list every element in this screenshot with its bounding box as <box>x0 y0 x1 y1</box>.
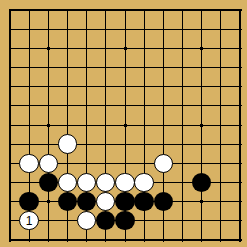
intersection[interactable] <box>20 96 39 115</box>
intersection[interactable] <box>39 115 58 134</box>
intersection[interactable] <box>58 135 77 154</box>
intersection[interactable] <box>230 173 247 192</box>
intersection[interactable] <box>173 173 192 192</box>
intersection[interactable] <box>173 154 192 173</box>
white-stone[interactable] <box>19 154 38 173</box>
intersection[interactable] <box>192 154 211 173</box>
intersection[interactable] <box>135 39 154 58</box>
intersection[interactable] <box>230 211 247 230</box>
intersection[interactable] <box>58 192 77 211</box>
white-stone[interactable]: 1 <box>19 211 38 230</box>
intersection[interactable] <box>211 77 230 96</box>
intersection[interactable] <box>230 192 247 211</box>
intersection[interactable] <box>154 154 173 173</box>
intersection[interactable] <box>173 230 192 247</box>
intersection[interactable] <box>115 135 134 154</box>
white-stone[interactable] <box>96 173 115 192</box>
intersection[interactable] <box>96 154 115 173</box>
black-stone[interactable] <box>192 173 211 192</box>
intersection[interactable] <box>39 77 58 96</box>
intersection[interactable] <box>77 96 96 115</box>
intersection[interactable] <box>20 0 39 19</box>
intersection[interactable] <box>154 115 173 134</box>
intersection[interactable] <box>20 20 39 39</box>
intersection[interactable] <box>0 20 19 39</box>
intersection[interactable] <box>115 0 134 19</box>
intersection[interactable] <box>39 211 58 230</box>
intersection[interactable] <box>96 211 115 230</box>
intersection[interactable] <box>0 77 19 96</box>
intersection[interactable] <box>211 58 230 77</box>
intersection[interactable] <box>173 20 192 39</box>
intersection[interactable] <box>192 77 211 96</box>
intersection[interactable] <box>39 96 58 115</box>
intersection[interactable] <box>192 211 211 230</box>
intersection[interactable] <box>211 154 230 173</box>
intersection[interactable] <box>211 192 230 211</box>
intersection[interactable] <box>154 77 173 96</box>
intersection[interactable] <box>230 20 247 39</box>
intersection[interactable] <box>115 211 134 230</box>
intersection[interactable] <box>192 192 211 211</box>
intersection[interactable] <box>39 39 58 58</box>
intersection[interactable] <box>192 135 211 154</box>
intersection[interactable] <box>211 20 230 39</box>
intersection[interactable] <box>58 58 77 77</box>
intersection[interactable] <box>154 0 173 19</box>
intersection[interactable] <box>135 20 154 39</box>
intersection[interactable] <box>115 192 134 211</box>
black-stone[interactable] <box>77 192 96 211</box>
intersection[interactable] <box>154 173 173 192</box>
intersection[interactable] <box>230 154 247 173</box>
intersection[interactable] <box>96 135 115 154</box>
intersection[interactable] <box>77 135 96 154</box>
intersection[interactable] <box>154 58 173 77</box>
intersection[interactable] <box>58 173 77 192</box>
white-stone[interactable] <box>154 154 173 173</box>
intersection[interactable] <box>173 77 192 96</box>
intersection[interactable] <box>154 135 173 154</box>
intersection[interactable] <box>58 20 77 39</box>
intersection[interactable] <box>77 115 96 134</box>
black-stone[interactable] <box>115 192 134 211</box>
intersection[interactable] <box>39 192 58 211</box>
intersection[interactable] <box>58 96 77 115</box>
intersection[interactable] <box>96 230 115 247</box>
white-stone[interactable] <box>77 173 96 192</box>
intersection[interactable] <box>192 96 211 115</box>
black-stone[interactable] <box>39 173 58 192</box>
intersection[interactable] <box>39 135 58 154</box>
stones-grid: 1 <box>0 0 247 247</box>
intersection[interactable] <box>154 230 173 247</box>
intersection[interactable] <box>115 230 134 247</box>
intersection[interactable] <box>192 115 211 134</box>
intersection[interactable] <box>192 0 211 19</box>
intersection[interactable] <box>115 154 134 173</box>
intersection[interactable] <box>115 20 134 39</box>
white-stone[interactable] <box>96 192 115 211</box>
intersection[interactable] <box>230 115 247 134</box>
intersection[interactable] <box>20 39 39 58</box>
intersection[interactable] <box>20 115 39 134</box>
intersection[interactable] <box>20 135 39 154</box>
intersection[interactable] <box>96 192 115 211</box>
intersection[interactable] <box>77 58 96 77</box>
white-stone[interactable] <box>58 173 77 192</box>
black-stone[interactable] <box>96 211 115 230</box>
intersection[interactable] <box>0 173 19 192</box>
intersection[interactable] <box>211 96 230 115</box>
intersection[interactable] <box>115 173 134 192</box>
intersection[interactable] <box>58 154 77 173</box>
intersection[interactable] <box>115 77 134 96</box>
intersection[interactable] <box>39 20 58 39</box>
intersection[interactable] <box>77 20 96 39</box>
intersection[interactable] <box>173 135 192 154</box>
intersection[interactable] <box>173 39 192 58</box>
intersection[interactable] <box>192 230 211 247</box>
intersection[interactable] <box>77 77 96 96</box>
intersection[interactable] <box>20 58 39 77</box>
intersection[interactable] <box>211 230 230 247</box>
intersection[interactable] <box>230 39 247 58</box>
intersection[interactable] <box>135 173 154 192</box>
intersection[interactable] <box>58 77 77 96</box>
intersection[interactable] <box>20 154 39 173</box>
black-stone[interactable] <box>58 192 77 211</box>
move-label: 1 <box>26 215 33 227</box>
intersection[interactable] <box>115 96 134 115</box>
intersection[interactable] <box>39 173 58 192</box>
intersection[interactable] <box>77 173 96 192</box>
intersection[interactable] <box>58 0 77 19</box>
intersection[interactable] <box>173 211 192 230</box>
intersection[interactable] <box>192 58 211 77</box>
intersection[interactable] <box>211 0 230 19</box>
intersection[interactable] <box>135 230 154 247</box>
intersection[interactable] <box>58 115 77 134</box>
white-stone[interactable] <box>115 173 134 192</box>
intersection[interactable] <box>0 115 19 134</box>
intersection[interactable] <box>154 192 173 211</box>
intersection[interactable] <box>39 58 58 77</box>
intersection[interactable] <box>135 154 154 173</box>
intersection[interactable] <box>77 211 96 230</box>
intersection[interactable] <box>39 0 58 19</box>
intersection[interactable] <box>135 211 154 230</box>
intersection[interactable] <box>20 77 39 96</box>
intersection[interactable] <box>135 77 154 96</box>
intersection[interactable] <box>96 58 115 77</box>
intersection[interactable] <box>135 192 154 211</box>
intersection[interactable] <box>135 0 154 19</box>
intersection[interactable] <box>96 77 115 96</box>
intersection[interactable] <box>0 0 19 19</box>
intersection[interactable] <box>77 0 96 19</box>
intersection[interactable] <box>230 0 247 19</box>
intersection[interactable] <box>173 115 192 134</box>
intersection[interactable] <box>115 39 134 58</box>
white-stone[interactable] <box>39 154 58 173</box>
intersection[interactable] <box>96 0 115 19</box>
intersection[interactable] <box>192 20 211 39</box>
intersection[interactable] <box>192 39 211 58</box>
intersection[interactable] <box>77 230 96 247</box>
intersection[interactable] <box>135 58 154 77</box>
intersection[interactable] <box>77 154 96 173</box>
intersection[interactable] <box>77 39 96 58</box>
intersection[interactable] <box>192 173 211 192</box>
intersection[interactable] <box>230 58 247 77</box>
intersection[interactable] <box>20 192 39 211</box>
intersection[interactable] <box>173 192 192 211</box>
intersection[interactable] <box>0 211 19 230</box>
intersection[interactable] <box>96 39 115 58</box>
black-stone[interactable] <box>134 192 153 211</box>
intersection[interactable] <box>58 39 77 58</box>
intersection[interactable] <box>96 115 115 134</box>
intersection[interactable] <box>154 96 173 115</box>
intersection[interactable] <box>0 192 19 211</box>
intersection[interactable] <box>0 39 19 58</box>
intersection[interactable] <box>154 211 173 230</box>
intersection[interactable] <box>0 230 19 247</box>
intersection[interactable] <box>115 115 134 134</box>
intersection[interactable] <box>135 96 154 115</box>
black-stone[interactable] <box>154 192 173 211</box>
intersection[interactable] <box>211 173 230 192</box>
intersection[interactable] <box>211 211 230 230</box>
intersection[interactable] <box>20 230 39 247</box>
white-stone[interactable] <box>77 211 96 230</box>
intersection[interactable] <box>135 135 154 154</box>
go-board-diagram: 1 <box>0 0 247 247</box>
intersection[interactable] <box>211 39 230 58</box>
intersection[interactable] <box>173 58 192 77</box>
intersection[interactable] <box>211 135 230 154</box>
intersection[interactable] <box>230 77 247 96</box>
intersection[interactable] <box>77 192 96 211</box>
intersection[interactable] <box>173 0 192 19</box>
intersection[interactable] <box>115 58 134 77</box>
intersection[interactable] <box>154 39 173 58</box>
intersection[interactable] <box>39 154 58 173</box>
intersection[interactable] <box>211 115 230 134</box>
intersection[interactable] <box>230 230 247 247</box>
intersection[interactable] <box>58 230 77 247</box>
intersection[interactable] <box>96 173 115 192</box>
intersection[interactable] <box>173 96 192 115</box>
intersection[interactable] <box>58 211 77 230</box>
intersection[interactable] <box>39 230 58 247</box>
black-stone[interactable] <box>19 192 38 211</box>
black-stone[interactable] <box>115 211 134 230</box>
intersection[interactable] <box>96 20 115 39</box>
intersection[interactable] <box>135 115 154 134</box>
intersection[interactable] <box>230 135 247 154</box>
white-stone[interactable] <box>58 134 77 153</box>
intersection[interactable]: 1 <box>20 211 39 230</box>
white-stone[interactable] <box>134 173 153 192</box>
intersection[interactable] <box>0 58 19 77</box>
intersection[interactable] <box>0 96 19 115</box>
intersection[interactable] <box>230 96 247 115</box>
intersection[interactable] <box>0 154 19 173</box>
intersection[interactable] <box>0 135 19 154</box>
intersection[interactable] <box>154 20 173 39</box>
intersection[interactable] <box>96 96 115 115</box>
intersection[interactable] <box>20 173 39 192</box>
